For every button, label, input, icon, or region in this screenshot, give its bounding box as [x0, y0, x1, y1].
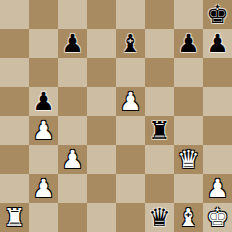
square-d7[interactable]: [87, 29, 116, 58]
square-e6[interactable]: [116, 58, 145, 87]
square-h8[interactable]: ♚: [203, 0, 232, 29]
square-c3[interactable]: ♟: [58, 145, 87, 174]
square-f6[interactable]: [145, 58, 174, 87]
square-c1[interactable]: [58, 203, 87, 232]
square-a8[interactable]: [0, 0, 29, 29]
square-f3[interactable]: [145, 145, 174, 174]
square-g4[interactable]: [174, 116, 203, 145]
square-a3[interactable]: [0, 145, 29, 174]
square-h5[interactable]: [203, 87, 232, 116]
square-h1[interactable]: ♚: [203, 203, 232, 232]
square-e4[interactable]: [116, 116, 145, 145]
square-d6[interactable]: [87, 58, 116, 87]
square-a1[interactable]: ♜: [0, 203, 29, 232]
square-a4[interactable]: [0, 116, 29, 145]
square-a5[interactable]: [0, 87, 29, 116]
square-f1[interactable]: ♛: [145, 203, 174, 232]
square-b1[interactable]: [29, 203, 58, 232]
white-king: ♚: [206, 203, 228, 232]
black-pawn: ♟: [206, 29, 228, 58]
black-king: ♚: [206, 0, 228, 29]
square-c4[interactable]: [58, 116, 87, 145]
square-h7[interactable]: ♟: [203, 29, 232, 58]
square-b5[interactable]: ♟: [29, 87, 58, 116]
square-a7[interactable]: [0, 29, 29, 58]
square-g5[interactable]: [174, 87, 203, 116]
white-queen: ♛: [177, 145, 199, 174]
black-pawn: ♟: [32, 87, 54, 116]
square-a6[interactable]: [0, 58, 29, 87]
square-e1[interactable]: [116, 203, 145, 232]
square-b2[interactable]: ♟: [29, 174, 58, 203]
square-e5[interactable]: ♟: [116, 87, 145, 116]
square-e7[interactable]: ♝: [116, 29, 145, 58]
white-bishop: ♝: [177, 203, 199, 232]
square-g8[interactable]: [174, 0, 203, 29]
black-rook: ♜: [148, 116, 170, 145]
white-pawn: ♟: [119, 87, 141, 116]
square-d3[interactable]: [87, 145, 116, 174]
black-queen: ♛: [148, 203, 170, 232]
square-f7[interactable]: [145, 29, 174, 58]
square-b7[interactable]: [29, 29, 58, 58]
chess-board: ♚♟♝♟♟♟♟♟♜♟♛♟♟♜♛♝♚: [0, 0, 232, 232]
square-d2[interactable]: [87, 174, 116, 203]
square-c5[interactable]: [58, 87, 87, 116]
square-c6[interactable]: [58, 58, 87, 87]
square-f4[interactable]: ♜: [145, 116, 174, 145]
square-d1[interactable]: [87, 203, 116, 232]
white-pawn: ♟: [206, 174, 228, 203]
square-d4[interactable]: [87, 116, 116, 145]
square-e8[interactable]: [116, 0, 145, 29]
white-rook: ♜: [3, 203, 25, 232]
square-h3[interactable]: [203, 145, 232, 174]
square-c7[interactable]: ♟: [58, 29, 87, 58]
square-e3[interactable]: [116, 145, 145, 174]
white-pawn: ♟: [32, 116, 54, 145]
square-c2[interactable]: [58, 174, 87, 203]
square-b8[interactable]: [29, 0, 58, 29]
white-pawn: ♟: [61, 145, 83, 174]
black-bishop: ♝: [119, 29, 141, 58]
white-pawn: ♟: [32, 174, 54, 203]
black-pawn: ♟: [177, 29, 199, 58]
square-g3[interactable]: ♛: [174, 145, 203, 174]
square-b4[interactable]: ♟: [29, 116, 58, 145]
square-g1[interactable]: ♝: [174, 203, 203, 232]
square-d8[interactable]: [87, 0, 116, 29]
square-d5[interactable]: [87, 87, 116, 116]
square-h6[interactable]: [203, 58, 232, 87]
square-h2[interactable]: ♟: [203, 174, 232, 203]
square-b3[interactable]: [29, 145, 58, 174]
square-g2[interactable]: [174, 174, 203, 203]
black-pawn: ♟: [61, 29, 83, 58]
square-f2[interactable]: [145, 174, 174, 203]
square-h4[interactable]: [203, 116, 232, 145]
square-e2[interactable]: [116, 174, 145, 203]
square-f8[interactable]: [145, 0, 174, 29]
square-a2[interactable]: [0, 174, 29, 203]
square-b6[interactable]: [29, 58, 58, 87]
square-g6[interactable]: [174, 58, 203, 87]
square-f5[interactable]: [145, 87, 174, 116]
square-g7[interactable]: ♟: [174, 29, 203, 58]
square-c8[interactable]: [58, 0, 87, 29]
